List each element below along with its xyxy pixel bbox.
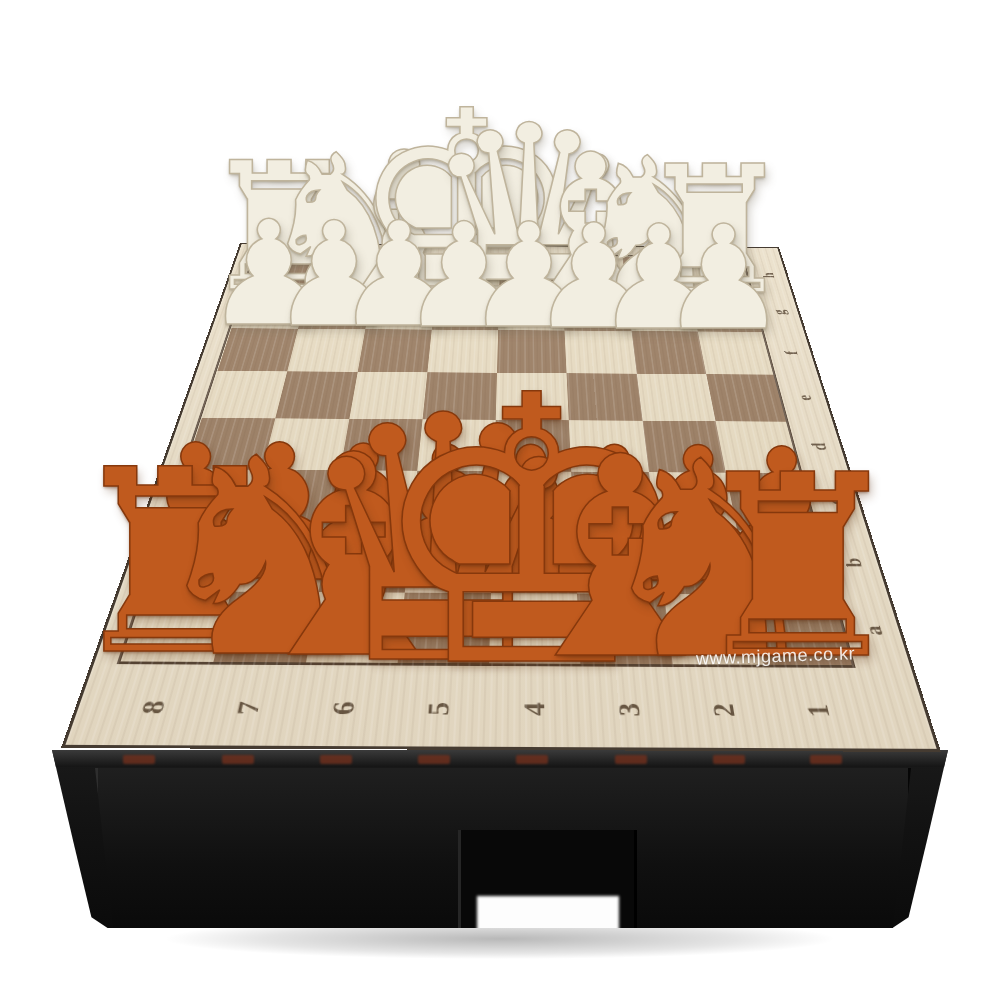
edge-square-mark [222,755,254,764]
edge-square-mark [713,755,745,764]
edge-square-mark [516,755,548,764]
case-base [52,750,948,928]
edge-square-mark [615,755,647,764]
edge-square-mark [810,755,842,764]
drawer-front [95,768,911,928]
drawer-handle-notch [458,830,637,928]
edge-square-mark [320,755,352,764]
scene: 87654321 abcdefgh ♜♞♝♚♛♝♞♜♟♟♟♟♟♟♟♟♟♟♟♟♟♟… [0,0,1000,1000]
edge-square-mark [123,755,155,764]
edge-square-mark [418,755,450,764]
